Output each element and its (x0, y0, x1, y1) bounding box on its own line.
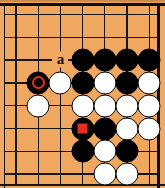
stone-white-S12[interactable] (116, 163, 139, 186)
stone-white-T16[interactable] (138, 71, 161, 94)
point-label-P17[interactable]: a (52, 51, 68, 67)
crop-line-bottom (0, 184, 165, 186)
stone-white-R16[interactable] (93, 71, 116, 94)
stone-white-Q15[interactable] (71, 94, 94, 117)
crop-line-left (4, 3, 5, 188)
board-edge-top (0, 3, 165, 6)
stone-black-S13[interactable] (116, 140, 139, 163)
go-board[interactable]: a (0, 0, 165, 188)
stone-black-O16[interactable] (27, 71, 50, 94)
stone-black-R14[interactable] (93, 117, 116, 140)
stone-white-P16[interactable] (49, 71, 72, 94)
stone-white-R12[interactable] (93, 163, 116, 186)
circle-mark-O16 (32, 76, 45, 89)
grid-line-v-P (60, 3, 61, 186)
stone-black-T17[interactable] (138, 49, 161, 72)
stone-black-Q16[interactable] (71, 71, 94, 94)
stone-white-S15[interactable] (116, 94, 139, 117)
stone-black-Q13[interactable] (71, 140, 94, 163)
stone-black-S17[interactable] (116, 49, 139, 72)
grid-line-h-18 (5, 37, 159, 38)
stone-white-O15[interactable] (27, 94, 50, 117)
stone-black-R17[interactable] (93, 49, 116, 72)
stone-black-Q17[interactable] (71, 49, 94, 72)
board-edge-right (157, 3, 160, 188)
stone-black-Q14[interactable] (71, 117, 94, 140)
grid-line-h-19 (5, 14, 159, 15)
square-mark-Q14 (78, 124, 88, 134)
stone-white-T15[interactable] (138, 94, 161, 117)
stone-white-R13[interactable] (93, 140, 116, 163)
board-top-margin (0, 0, 165, 2)
stone-black-S16[interactable] (116, 71, 139, 94)
stone-white-R15[interactable] (93, 94, 116, 117)
stone-white-T14[interactable] (138, 117, 161, 140)
stone-white-S14[interactable] (116, 117, 139, 140)
grid-line-v-N (15, 3, 16, 186)
